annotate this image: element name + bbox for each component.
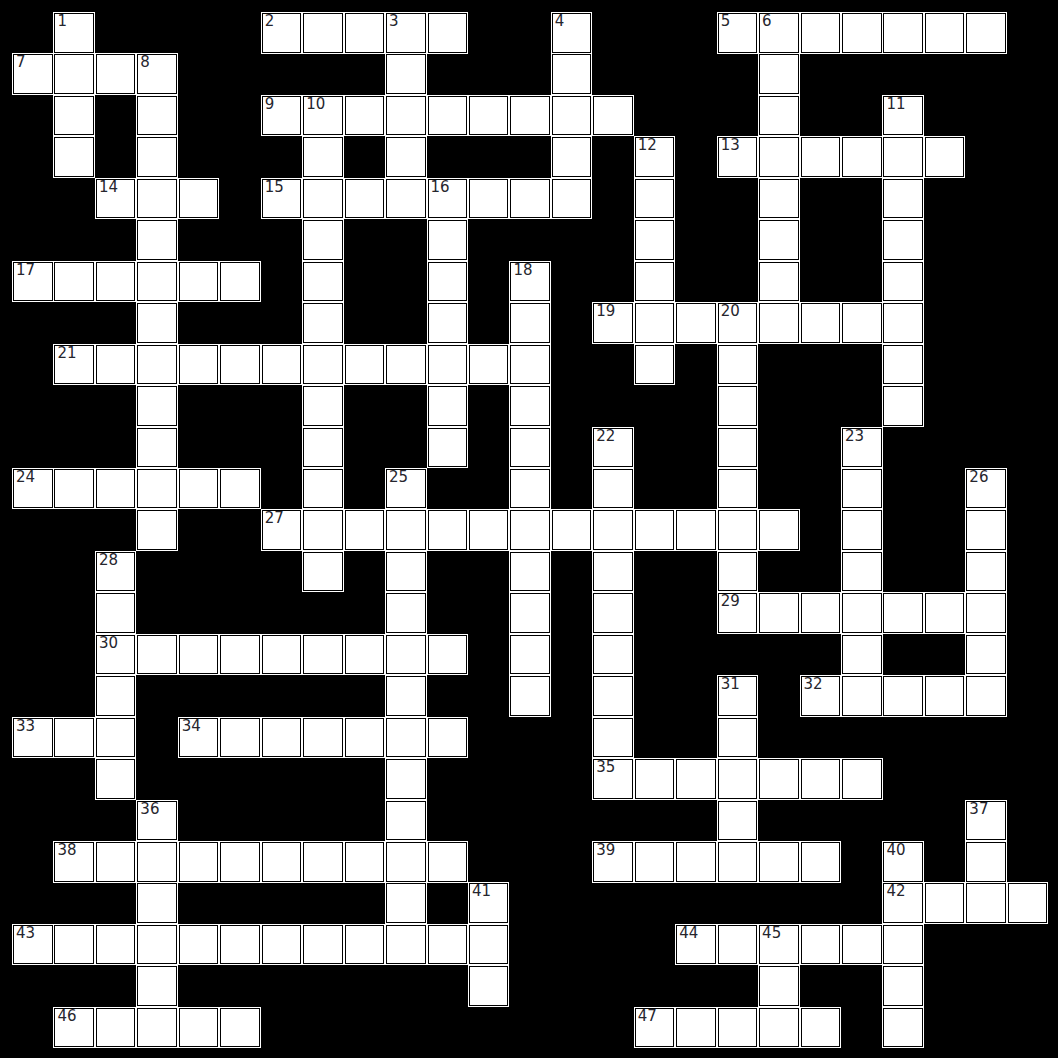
grid-cell-r12-c10[interactable] <box>428 510 468 550</box>
grid-cell-r22-c8[interactable] <box>345 925 385 965</box>
grid-cell-r15-c12[interactable] <box>510 635 550 675</box>
grid-cell-r6-c10[interactable] <box>428 262 468 302</box>
grid-cell-r7-c17[interactable]: 20 <box>718 303 758 343</box>
grid-cell-r2-c21[interactable]: 11 <box>883 96 923 136</box>
grid-cell-r2-c11[interactable] <box>469 96 509 136</box>
grid-cell-r11-c2[interactable] <box>96 469 136 509</box>
grid-cell-r22-c3[interactable] <box>137 925 177 965</box>
grid-cell-r7-c7[interactable] <box>303 303 343 343</box>
grid-cell-r13-c23[interactable] <box>966 552 1006 592</box>
grid-cell-r8-c21[interactable] <box>883 345 923 385</box>
grid-cell-r8-c1[interactable]: 21 <box>54 345 94 385</box>
clue-number-40: 40 <box>886 843 905 859</box>
grid-cell-r18-c19[interactable] <box>801 759 841 799</box>
clue-number-21: 21 <box>57 346 76 362</box>
clue-number-18: 18 <box>513 263 532 279</box>
grid-cell-r16-c23[interactable] <box>966 676 1006 716</box>
grid-cell-r2-c9[interactable] <box>386 96 426 136</box>
grid-cell-r13-c20[interactable] <box>842 552 882 592</box>
grid-cell-r24-c4[interactable] <box>179 1008 219 1048</box>
grid-cell-r16-c22[interactable] <box>925 676 965 716</box>
grid-cell-r12-c12[interactable] <box>510 510 550 550</box>
clue-number-42: 42 <box>886 884 905 900</box>
grid-cell-r22-c4[interactable] <box>179 925 219 965</box>
grid-cell-r0-c23[interactable] <box>966 13 1006 53</box>
grid-cell-r13-c12[interactable] <box>510 552 550 592</box>
grid-cell-r12-c15[interactable] <box>635 510 675 550</box>
grid-cell-r0-c20[interactable] <box>842 13 882 53</box>
grid-cell-r8-c17[interactable] <box>718 345 758 385</box>
grid-cell-r4-c12[interactable] <box>510 179 550 219</box>
grid-cell-r15-c14[interactable] <box>593 635 633 675</box>
grid-cell-r1-c13[interactable] <box>552 54 592 94</box>
grid-cell-r16-c14[interactable] <box>593 676 633 716</box>
grid-cell-r4-c7[interactable] <box>303 179 343 219</box>
grid-cell-r12-c11[interactable] <box>469 510 509 550</box>
grid-cell-r22-c7[interactable] <box>303 925 343 965</box>
grid-cell-r22-c9[interactable] <box>386 925 426 965</box>
grid-cell-r22-c11[interactable] <box>469 925 509 965</box>
grid-cell-r2-c3[interactable] <box>137 96 177 136</box>
grid-cell-r0-c18[interactable]: 6 <box>759 13 799 53</box>
grid-cell-r6-c2[interactable] <box>96 262 136 302</box>
grid-cell-r22-c0[interactable]: 43 <box>13 925 53 965</box>
clue-number-31: 31 <box>721 677 740 693</box>
grid-cell-r20-c1[interactable]: 38 <box>54 842 94 882</box>
grid-cell-r2-c7[interactable]: 10 <box>303 96 343 136</box>
grid-cell-r2-c6[interactable]: 9 <box>262 96 302 136</box>
grid-cell-r8-c10[interactable] <box>428 345 468 385</box>
clue-number-20: 20 <box>721 304 740 320</box>
grid-cell-r15-c4[interactable] <box>179 635 219 675</box>
grid-cell-r5-c7[interactable] <box>303 220 343 260</box>
grid-cell-r22-c16[interactable]: 44 <box>676 925 716 965</box>
clue-number-5: 5 <box>721 14 731 30</box>
grid-cell-r14-c19[interactable] <box>801 593 841 633</box>
grid-cell-r0-c6[interactable]: 2 <box>262 13 302 53</box>
grid-cell-r13-c7[interactable] <box>303 552 343 592</box>
grid-cell-r14-c20[interactable] <box>842 593 882 633</box>
clue-number-29: 29 <box>721 594 740 610</box>
grid-cell-r11-c17[interactable] <box>718 469 758 509</box>
grid-cell-r15-c2[interactable]: 30 <box>96 635 136 675</box>
clue-number-34: 34 <box>182 719 201 735</box>
clue-number-9: 9 <box>265 97 275 113</box>
grid-cell-r11-c20[interactable] <box>842 469 882 509</box>
grid-cell-r22-c18[interactable]: 45 <box>759 925 799 965</box>
grid-cell-r1-c0[interactable]: 7 <box>13 54 53 94</box>
grid-cell-r23-c11[interactable] <box>469 966 509 1006</box>
grid-cell-r4-c4[interactable] <box>179 179 219 219</box>
grid-cell-r3-c17[interactable]: 13 <box>718 137 758 177</box>
grid-cell-r22-c6[interactable] <box>262 925 302 965</box>
grid-cell-r13-c14[interactable] <box>593 552 633 592</box>
grid-cell-r16-c20[interactable] <box>842 676 882 716</box>
clue-number-2: 2 <box>265 14 275 30</box>
grid-cell-r3-c22[interactable] <box>925 137 965 177</box>
grid-cell-r17-c4[interactable]: 34 <box>179 718 219 758</box>
grid-cell-r14-c12[interactable] <box>510 593 550 633</box>
grid-cell-r15-c5[interactable] <box>220 635 260 675</box>
grid-cell-r0-c17[interactable]: 5 <box>718 13 758 53</box>
grid-cell-r20-c15[interactable] <box>635 842 675 882</box>
grid-cell-r5-c21[interactable] <box>883 220 923 260</box>
grid-cell-r12-c23[interactable] <box>966 510 1006 550</box>
grid-cell-r10-c14[interactable]: 22 <box>593 428 633 468</box>
grid-cell-r18-c17[interactable] <box>718 759 758 799</box>
grid-cell-r17-c10[interactable] <box>428 718 468 758</box>
grid-cell-r2-c1[interactable] <box>54 96 94 136</box>
grid-cell-r1-c9[interactable] <box>386 54 426 94</box>
grid-cell-r12-c14[interactable] <box>593 510 633 550</box>
grid-cell-r6-c21[interactable] <box>883 262 923 302</box>
grid-cell-r14-c9[interactable] <box>386 593 426 633</box>
grid-cell-r20-c21[interactable]: 40 <box>883 842 923 882</box>
grid-cell-r24-c17[interactable] <box>718 1008 758 1048</box>
grid-cell-r14-c18[interactable] <box>759 593 799 633</box>
grid-cell-r6-c7[interactable] <box>303 262 343 302</box>
grid-cell-r6-c12[interactable]: 18 <box>510 262 550 302</box>
grid-cell-r3-c13[interactable] <box>552 137 592 177</box>
grid-cell-r12-c20[interactable] <box>842 510 882 550</box>
grid-cell-r3-c3[interactable] <box>137 137 177 177</box>
grid-cell-r0-c21[interactable] <box>883 13 923 53</box>
grid-cell-r3-c1[interactable] <box>54 137 94 177</box>
grid-cell-r21-c9[interactable] <box>386 883 426 923</box>
grid-cell-r14-c2[interactable] <box>96 593 136 633</box>
grid-cell-r21-c24[interactable] <box>1008 883 1048 923</box>
grid-cell-r19-c3[interactable]: 36 <box>137 801 177 841</box>
grid-cell-r24-c15[interactable]: 47 <box>635 1008 675 1048</box>
grid-cell-r4-c2[interactable]: 14 <box>96 179 136 219</box>
grid-cell-r14-c17[interactable]: 29 <box>718 593 758 633</box>
clue-number-28: 28 <box>99 553 118 569</box>
grid-cell-r17-c1[interactable] <box>54 718 94 758</box>
grid-cell-r7-c18[interactable] <box>759 303 799 343</box>
grid-cell-r1-c1[interactable] <box>54 54 94 94</box>
grid-cell-r9-c3[interactable] <box>137 386 177 426</box>
grid-cell-r0-c19[interactable] <box>801 13 841 53</box>
grid-cell-r3-c7[interactable] <box>303 137 343 177</box>
grid-cell-r20-c3[interactable] <box>137 842 177 882</box>
grid-cell-r1-c2[interactable] <box>96 54 136 94</box>
grid-cell-r11-c3[interactable] <box>137 469 177 509</box>
clue-number-38: 38 <box>57 843 76 859</box>
grid-cell-r9-c7[interactable] <box>303 386 343 426</box>
grid-cell-r11-c5[interactable] <box>220 469 260 509</box>
grid-cell-r16-c21[interactable] <box>883 676 923 716</box>
grid-cell-r6-c4[interactable] <box>179 262 219 302</box>
grid-cell-r7-c20[interactable] <box>842 303 882 343</box>
grid-cell-r18-c20[interactable] <box>842 759 882 799</box>
grid-cell-r8-c11[interactable] <box>469 345 509 385</box>
grid-cell-r20-c9[interactable] <box>386 842 426 882</box>
grid-cell-r22-c17[interactable] <box>718 925 758 965</box>
clue-number-1: 1 <box>57 14 67 30</box>
grid-cell-r12-c18[interactable] <box>759 510 799 550</box>
grid-cell-r6-c15[interactable] <box>635 262 675 302</box>
grid-cell-r8-c7[interactable] <box>303 345 343 385</box>
grid-cell-r8-c4[interactable] <box>179 345 219 385</box>
grid-cell-r16-c9[interactable] <box>386 676 426 716</box>
grid-cell-r15-c10[interactable] <box>428 635 468 675</box>
clue-number-24: 24 <box>16 470 35 486</box>
grid-cell-r0-c7[interactable] <box>303 13 343 53</box>
grid-cell-r6-c3[interactable] <box>137 262 177 302</box>
grid-cell-r4-c10[interactable]: 16 <box>428 179 468 219</box>
grid-cell-r19-c17[interactable] <box>718 801 758 841</box>
grid-cell-r11-c1[interactable] <box>54 469 94 509</box>
grid-cell-r2-c10[interactable] <box>428 96 468 136</box>
grid-cell-r20-c17[interactable] <box>718 842 758 882</box>
grid-cell-r8-c2[interactable] <box>96 345 136 385</box>
grid-cell-r4-c21[interactable] <box>883 179 923 219</box>
grid-cell-r9-c12[interactable] <box>510 386 550 426</box>
grid-cell-r6-c18[interactable] <box>759 262 799 302</box>
grid-cell-r4-c18[interactable] <box>759 179 799 219</box>
clue-number-16: 16 <box>431 180 450 196</box>
grid-cell-r20-c16[interactable] <box>676 842 716 882</box>
grid-cell-r20-c19[interactable] <box>801 842 841 882</box>
grid-cell-r14-c14[interactable] <box>593 593 633 633</box>
grid-cell-r12-c13[interactable] <box>552 510 592 550</box>
clue-number-41: 41 <box>472 884 491 900</box>
grid-cell-r20-c2[interactable] <box>96 842 136 882</box>
clue-number-47: 47 <box>638 1009 657 1025</box>
grid-cell-r10-c20[interactable]: 23 <box>842 428 882 468</box>
grid-cell-r16-c17[interactable]: 31 <box>718 676 758 716</box>
grid-cell-r22-c2[interactable] <box>96 925 136 965</box>
grid-cell-r14-c22[interactable] <box>925 593 965 633</box>
grid-cell-r3-c21[interactable] <box>883 137 923 177</box>
grid-cell-r10-c10[interactable] <box>428 428 468 468</box>
grid-cell-r17-c7[interactable] <box>303 718 343 758</box>
clue-number-46: 46 <box>57 1009 76 1025</box>
grid-cell-r24-c5[interactable] <box>220 1008 260 1048</box>
grid-cell-r7-c12[interactable] <box>510 303 550 343</box>
grid-cell-r2-c8[interactable] <box>345 96 385 136</box>
grid-cell-r15-c9[interactable] <box>386 635 426 675</box>
grid-cell-r18-c2[interactable] <box>96 759 136 799</box>
grid-cell-r20-c10[interactable] <box>428 842 468 882</box>
grid-cell-r17-c17[interactable] <box>718 718 758 758</box>
grid-cell-r12-c3[interactable] <box>137 510 177 550</box>
grid-cell-r3-c15[interactable]: 12 <box>635 137 675 177</box>
grid-cell-r3-c18[interactable] <box>759 137 799 177</box>
grid-cell-r22-c10[interactable] <box>428 925 468 965</box>
grid-cell-r9-c21[interactable] <box>883 386 923 426</box>
clue-number-32: 32 <box>804 677 823 693</box>
grid-cell-r4-c6[interactable]: 15 <box>262 179 302 219</box>
grid-cell-r22-c20[interactable] <box>842 925 882 965</box>
grid-cell-r21-c23[interactable] <box>966 883 1006 923</box>
grid-cell-r12-c6[interactable]: 27 <box>262 510 302 550</box>
crossword-board: 1234567891011121314151617181920212223242… <box>0 0 1058 1058</box>
grid-cell-r14-c21[interactable] <box>883 593 923 633</box>
grid-cell-r4-c8[interactable] <box>345 179 385 219</box>
grid-cell-r2-c12[interactable] <box>510 96 550 136</box>
grid-cell-r7-c14[interactable]: 19 <box>593 303 633 343</box>
clue-number-39: 39 <box>596 843 615 859</box>
grid-cell-r7-c10[interactable] <box>428 303 468 343</box>
clue-number-19: 19 <box>596 304 615 320</box>
grid-cell-r7-c3[interactable] <box>137 303 177 343</box>
grid-cell-r20-c18[interactable] <box>759 842 799 882</box>
grid-cell-r21-c11[interactable]: 41 <box>469 883 509 923</box>
grid-cell-r18-c14[interactable]: 35 <box>593 759 633 799</box>
grid-cell-r3-c19[interactable] <box>801 137 841 177</box>
grid-cell-r5-c15[interactable] <box>635 220 675 260</box>
grid-cell-r20-c5[interactable] <box>220 842 260 882</box>
grid-cell-r4-c15[interactable] <box>635 179 675 219</box>
grid-cell-r24-c2[interactable] <box>96 1008 136 1048</box>
grid-cell-r2-c13[interactable] <box>552 96 592 136</box>
grid-cell-r7-c15[interactable] <box>635 303 675 343</box>
grid-cell-r14-c23[interactable] <box>966 593 1006 633</box>
grid-cell-r3-c20[interactable] <box>842 137 882 177</box>
grid-cell-r8-c9[interactable] <box>386 345 426 385</box>
grid-cell-r11-c12[interactable] <box>510 469 550 509</box>
grid-cell-r12-c7[interactable] <box>303 510 343 550</box>
grid-cell-r0-c22[interactable] <box>925 13 965 53</box>
grid-cell-r19-c23[interactable]: 37 <box>966 801 1006 841</box>
grid-cell-r1-c3[interactable]: 8 <box>137 54 177 94</box>
grid-cell-r6-c0[interactable]: 17 <box>13 262 53 302</box>
grid-cell-r22-c19[interactable] <box>801 925 841 965</box>
grid-cell-r24-c18[interactable] <box>759 1008 799 1048</box>
grid-cell-r4-c11[interactable] <box>469 179 509 219</box>
grid-cell-r24-c1[interactable]: 46 <box>54 1008 94 1048</box>
grid-cell-r5-c18[interactable] <box>759 220 799 260</box>
grid-cell-r0-c9[interactable]: 3 <box>386 13 426 53</box>
grid-cell-r20-c7[interactable] <box>303 842 343 882</box>
grid-cell-r20-c14[interactable]: 39 <box>593 842 633 882</box>
grid-cell-r6-c5[interactable] <box>220 262 260 302</box>
grid-cell-r20-c23[interactable] <box>966 842 1006 882</box>
grid-cell-r13-c9[interactable] <box>386 552 426 592</box>
grid-cell-r22-c1[interactable] <box>54 925 94 965</box>
clue-number-35: 35 <box>596 760 615 776</box>
grid-cell-r17-c6[interactable] <box>262 718 302 758</box>
grid-cell-r24-c21[interactable] <box>883 1008 923 1048</box>
grid-cell-r19-c9[interactable] <box>386 801 426 841</box>
grid-cell-r11-c4[interactable] <box>179 469 219 509</box>
clue-number-26: 26 <box>969 470 988 486</box>
grid-cell-r10-c12[interactable] <box>510 428 550 468</box>
grid-cell-r15-c20[interactable] <box>842 635 882 675</box>
grid-cell-r12-c16[interactable] <box>676 510 716 550</box>
grid-cell-r10-c7[interactable] <box>303 428 343 468</box>
grid-cell-r17-c14[interactable] <box>593 718 633 758</box>
grid-cell-r12-c8[interactable] <box>345 510 385 550</box>
grid-cell-r15-c8[interactable] <box>345 635 385 675</box>
grid-cell-r17-c8[interactable] <box>345 718 385 758</box>
grid-cell-r24-c3[interactable] <box>137 1008 177 1048</box>
grid-cell-r2-c18[interactable] <box>759 96 799 136</box>
grid-cell-r11-c14[interactable] <box>593 469 633 509</box>
grid-cell-r11-c9[interactable]: 25 <box>386 469 426 509</box>
grid-cell-r3-c9[interactable] <box>386 137 426 177</box>
clue-number-13: 13 <box>721 138 740 154</box>
grid-cell-r18-c9[interactable] <box>386 759 426 799</box>
grid-cell-r16-c12[interactable] <box>510 676 550 716</box>
grid-cell-r13-c17[interactable] <box>718 552 758 592</box>
grid-cell-r4-c13[interactable] <box>552 179 592 219</box>
grid-cell-r13-c2[interactable]: 28 <box>96 552 136 592</box>
grid-cell-r8-c5[interactable] <box>220 345 260 385</box>
grid-cell-r20-c6[interactable] <box>262 842 302 882</box>
grid-cell-r2-c14[interactable] <box>593 96 633 136</box>
grid-cell-r0-c1[interactable]: 1 <box>54 13 94 53</box>
grid-cell-r4-c3[interactable] <box>137 179 177 219</box>
grid-cell-r12-c9[interactable] <box>386 510 426 550</box>
grid-cell-r17-c5[interactable] <box>220 718 260 758</box>
grid-cell-r10-c17[interactable] <box>718 428 758 468</box>
grid-cell-r23-c18[interactable] <box>759 966 799 1006</box>
grid-cell-r5-c10[interactable] <box>428 220 468 260</box>
grid-cell-r9-c17[interactable] <box>718 386 758 426</box>
grid-cell-r8-c6[interactable] <box>262 345 302 385</box>
grid-cell-r0-c10[interactable] <box>428 13 468 53</box>
grid-cell-r1-c18[interactable] <box>759 54 799 94</box>
grid-cell-r21-c22[interactable] <box>925 883 965 923</box>
grid-cell-r0-c8[interactable] <box>345 13 385 53</box>
grid-cell-r24-c19[interactable] <box>801 1008 841 1048</box>
grid-cell-r18-c16[interactable] <box>676 759 716 799</box>
grid-cell-r18-c15[interactable] <box>635 759 675 799</box>
grid-cell-r8-c15[interactable] <box>635 345 675 385</box>
grid-cell-r10-c3[interactable] <box>137 428 177 468</box>
grid-cell-r0-c13[interactable]: 4 <box>552 13 592 53</box>
grid-cell-r16-c2[interactable] <box>96 676 136 716</box>
grid-cell-r8-c12[interactable] <box>510 345 550 385</box>
grid-cell-r7-c16[interactable] <box>676 303 716 343</box>
grid-cell-r7-c21[interactable] <box>883 303 923 343</box>
grid-cell-r17-c0[interactable]: 33 <box>13 718 53 758</box>
grid-cell-r5-c3[interactable] <box>137 220 177 260</box>
grid-cell-r18-c18[interactable] <box>759 759 799 799</box>
grid-cell-r22-c5[interactable] <box>220 925 260 965</box>
grid-cell-r15-c3[interactable] <box>137 635 177 675</box>
grid-cell-r21-c21[interactable]: 42 <box>883 883 923 923</box>
grid-cell-r23-c3[interactable] <box>137 966 177 1006</box>
grid-cell-r4-c9[interactable] <box>386 179 426 219</box>
grid-cell-r16-c19[interactable]: 32 <box>801 676 841 716</box>
grid-cell-r11-c0[interactable]: 24 <box>13 469 53 509</box>
grid-cell-r20-c4[interactable] <box>179 842 219 882</box>
grid-cell-r9-c10[interactable] <box>428 386 468 426</box>
grid-cell-r6-c1[interactable] <box>54 262 94 302</box>
grid-cell-r23-c21[interactable] <box>883 966 923 1006</box>
grid-cell-r17-c2[interactable] <box>96 718 136 758</box>
clue-number-43: 43 <box>16 926 35 942</box>
grid-cell-r8-c8[interactable] <box>345 345 385 385</box>
grid-cell-r11-c7[interactable] <box>303 469 343 509</box>
grid-cell-r7-c19[interactable] <box>801 303 841 343</box>
grid-cell-r12-c17[interactable] <box>718 510 758 550</box>
grid-cell-r15-c7[interactable] <box>303 635 343 675</box>
grid-cell-r22-c21[interactable] <box>883 925 923 965</box>
grid-cell-r21-c3[interactable] <box>137 883 177 923</box>
grid-cell-r8-c3[interactable] <box>137 345 177 385</box>
grid-cell-r11-c23[interactable]: 26 <box>966 469 1006 509</box>
grid-cell-r24-c16[interactable] <box>676 1008 716 1048</box>
clue-number-3: 3 <box>389 14 399 30</box>
grid-cell-r15-c23[interactable] <box>966 635 1006 675</box>
grid-cell-r20-c8[interactable] <box>345 842 385 882</box>
grid-cell-r17-c9[interactable] <box>386 718 426 758</box>
grid-cell-r15-c6[interactable] <box>262 635 302 675</box>
